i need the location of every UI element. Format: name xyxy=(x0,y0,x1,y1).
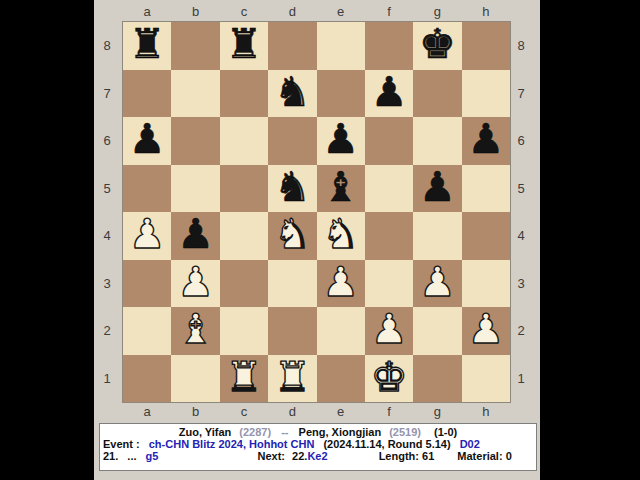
rank-label-1: 1 xyxy=(511,355,531,403)
square-d2 xyxy=(268,307,316,355)
game-result: (1-0) xyxy=(434,426,457,438)
square-g5: ♟ xyxy=(413,165,461,213)
square-g6 xyxy=(413,117,461,165)
black-player-name: Peng, Xiongjian xyxy=(299,426,382,438)
rank-label-3: 3 xyxy=(97,260,117,308)
rank-label-6: 6 xyxy=(97,117,117,165)
file-label-e: e xyxy=(317,404,365,420)
diagram-panel: abcdefgh 87654321 ♜♜♚♞♟♟♟♟♞♝♟♟♟♞♞♟♟♟♝♟♟♜… xyxy=(94,0,540,480)
square-b5 xyxy=(171,165,219,213)
material-value: 0 xyxy=(506,450,512,462)
white-pawn: ♟ xyxy=(129,214,166,255)
square-b6 xyxy=(171,117,219,165)
square-c6 xyxy=(220,117,268,165)
square-a3 xyxy=(123,260,171,308)
square-a4: ♟ xyxy=(123,212,171,260)
square-e5: ♝ xyxy=(317,165,365,213)
rank-label-7: 7 xyxy=(511,70,531,118)
black-knight: ♞ xyxy=(274,72,311,113)
next-move: Ke2 xyxy=(307,450,327,462)
file-label-c: c xyxy=(220,404,268,420)
square-b8 xyxy=(171,22,219,70)
white-player-name: Zuo, Yifan xyxy=(179,426,232,438)
rank-labels-left: 87654321 xyxy=(97,22,117,402)
square-a1 xyxy=(123,355,171,403)
file-label-h: h xyxy=(462,404,510,420)
board: ♜♜♚♞♟♟♟♟♞♝♟♟♟♞♞♟♟♟♝♟♟♜♜♚ xyxy=(123,22,510,402)
event-name: ch-CHN Blitz 2024, Hohhot CHN xyxy=(149,438,315,450)
square-h7 xyxy=(462,70,510,118)
event-details: (2024.11.14, Round 5.14) xyxy=(323,438,450,450)
square-d8 xyxy=(268,22,316,70)
eco-code: D02 xyxy=(460,438,480,450)
white-rook: ♜ xyxy=(226,357,263,398)
square-d4: ♞ xyxy=(268,212,316,260)
square-e2 xyxy=(317,307,365,355)
rank-label-5: 5 xyxy=(511,165,531,213)
square-b3: ♟ xyxy=(171,260,219,308)
square-h3 xyxy=(462,260,510,308)
black-pawn: ♟ xyxy=(177,214,214,255)
rank-label-6: 6 xyxy=(511,117,531,165)
file-label-f: f xyxy=(365,404,413,420)
white-pawn: ♟ xyxy=(322,262,359,303)
players-line: Zuo, Yifan (2287) -- Peng, Xiongjian (25… xyxy=(100,427,536,438)
file-label-h: h xyxy=(462,4,510,20)
moves-line: 21. ... g5 Next: 22.Ke2 Length: 61 Mater… xyxy=(100,451,536,462)
square-f5 xyxy=(365,165,413,213)
length-label: Length: xyxy=(379,450,419,462)
square-g3: ♟ xyxy=(413,260,461,308)
square-h5 xyxy=(462,165,510,213)
file-label-g: g xyxy=(413,404,461,420)
file-label-e: e xyxy=(317,4,365,20)
rank-label-4: 4 xyxy=(97,212,117,260)
square-c7 xyxy=(220,70,268,118)
next-label: Next: xyxy=(258,450,286,462)
white-rook: ♜ xyxy=(274,357,311,398)
white-knight: ♞ xyxy=(274,214,311,255)
white-pawn: ♟ xyxy=(419,262,456,303)
rank-label-7: 7 xyxy=(97,70,117,118)
white-pawn: ♟ xyxy=(371,309,408,350)
square-f4 xyxy=(365,212,413,260)
square-f6 xyxy=(365,117,413,165)
event-label: Event : xyxy=(103,438,140,450)
square-e7 xyxy=(317,70,365,118)
rank-label-1: 1 xyxy=(97,355,117,403)
square-c3 xyxy=(220,260,268,308)
black-bishop: ♝ xyxy=(322,167,359,208)
square-e8 xyxy=(317,22,365,70)
square-a5 xyxy=(123,165,171,213)
square-b2: ♝ xyxy=(171,307,219,355)
file-labels-top: abcdefgh xyxy=(123,4,510,20)
file-label-g: g xyxy=(413,4,461,20)
square-g8: ♚ xyxy=(413,22,461,70)
white-bishop: ♝ xyxy=(177,309,214,350)
black-rook: ♜ xyxy=(226,24,263,65)
players-separator: -- xyxy=(281,426,288,438)
white-pawn: ♟ xyxy=(177,262,214,303)
move-ellipsis: ... xyxy=(127,450,136,462)
square-h4 xyxy=(462,212,510,260)
square-b1 xyxy=(171,355,219,403)
square-h2: ♟ xyxy=(462,307,510,355)
file-label-a: a xyxy=(123,4,171,20)
white-knight: ♞ xyxy=(322,214,359,255)
move-number: 21. xyxy=(103,450,118,462)
square-d3 xyxy=(268,260,316,308)
square-a2 xyxy=(123,307,171,355)
length-value: 61 xyxy=(422,450,434,462)
rank-label-8: 8 xyxy=(511,22,531,70)
square-b7 xyxy=(171,70,219,118)
square-d7: ♞ xyxy=(268,70,316,118)
file-label-d: d xyxy=(268,4,316,20)
black-knight: ♞ xyxy=(274,167,311,208)
square-f7: ♟ xyxy=(365,70,413,118)
rank-label-2: 2 xyxy=(97,307,117,355)
black-pawn: ♟ xyxy=(129,119,166,160)
square-e1 xyxy=(317,355,365,403)
caption-box: Zuo, Yifan (2287) -- Peng, Xiongjian (25… xyxy=(99,423,537,471)
square-h1 xyxy=(462,355,510,403)
black-pawn: ♟ xyxy=(467,119,504,160)
square-c2 xyxy=(220,307,268,355)
square-e6: ♟ xyxy=(317,117,365,165)
rank-label-3: 3 xyxy=(511,260,531,308)
square-c4 xyxy=(220,212,268,260)
file-label-b: b xyxy=(171,404,219,420)
square-e4: ♞ xyxy=(317,212,365,260)
rank-label-4: 4 xyxy=(511,212,531,260)
black-pawn: ♟ xyxy=(322,119,359,160)
file-label-d: d xyxy=(268,404,316,420)
square-g1 xyxy=(413,355,461,403)
square-e3: ♟ xyxy=(317,260,365,308)
black-king: ♚ xyxy=(419,24,456,65)
square-g4 xyxy=(413,212,461,260)
square-a7 xyxy=(123,70,171,118)
square-h6: ♟ xyxy=(462,117,510,165)
material-label: Material: xyxy=(457,450,502,462)
file-label-f: f xyxy=(365,4,413,20)
rank-label-5: 5 xyxy=(97,165,117,213)
square-d6 xyxy=(268,117,316,165)
white-king: ♚ xyxy=(371,357,408,398)
square-g7 xyxy=(413,70,461,118)
file-label-c: c xyxy=(220,4,268,20)
square-c8: ♜ xyxy=(220,22,268,70)
rank-label-8: 8 xyxy=(97,22,117,70)
square-d1: ♜ xyxy=(268,355,316,403)
rank-label-2: 2 xyxy=(511,307,531,355)
square-a8: ♜ xyxy=(123,22,171,70)
square-h8 xyxy=(462,22,510,70)
white-player-rating: (2287) xyxy=(239,426,271,438)
last-move: g5 xyxy=(146,450,159,462)
event-line: Event : ch-CHN Blitz 2024, Hohhot CHN (2… xyxy=(100,439,536,450)
black-player-rating: (2519) xyxy=(389,426,421,438)
black-pawn: ♟ xyxy=(371,72,408,113)
square-c5 xyxy=(220,165,268,213)
square-f8 xyxy=(365,22,413,70)
file-labels-bottom: abcdefgh xyxy=(123,404,510,420)
square-a6: ♟ xyxy=(123,117,171,165)
black-rook: ♜ xyxy=(129,24,166,65)
white-pawn: ♟ xyxy=(467,309,504,350)
file-label-a: a xyxy=(123,404,171,420)
square-b4: ♟ xyxy=(171,212,219,260)
next-move-number: 22. xyxy=(292,450,307,462)
square-f2: ♟ xyxy=(365,307,413,355)
square-c1: ♜ xyxy=(220,355,268,403)
file-label-b: b xyxy=(171,4,219,20)
square-f3 xyxy=(365,260,413,308)
black-pawn: ♟ xyxy=(419,167,456,208)
rank-labels-right: 87654321 xyxy=(511,22,531,402)
square-g2 xyxy=(413,307,461,355)
square-f1: ♚ xyxy=(365,355,413,403)
square-d5: ♞ xyxy=(268,165,316,213)
